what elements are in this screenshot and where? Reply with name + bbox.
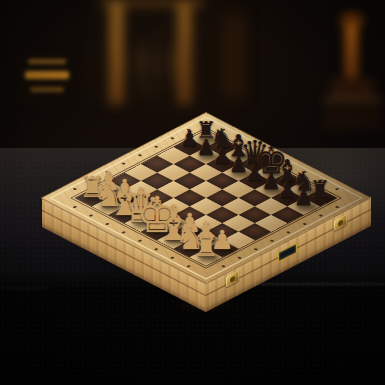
frame-dot: [318, 179, 323, 182]
frame-dot: [335, 188, 340, 191]
brand-plaque: [278, 243, 297, 263]
frame-dot: [137, 240, 142, 243]
background-window-glow: [222, 14, 246, 98]
frame-dot: [154, 145, 159, 148]
frame-dot: [221, 129, 226, 132]
bottle-silhouette: [128, 28, 138, 90]
background-sign-blur: [17, 50, 77, 105]
frame-dot: [121, 231, 126, 234]
frame-dot: [286, 162, 291, 165]
frame-dot: [253, 145, 258, 148]
frame-dot: [154, 248, 159, 251]
box-latch-side: [334, 214, 347, 232]
frame-dot: [137, 154, 142, 157]
bottle-silhouette: [158, 36, 168, 90]
bottle-silhouette: [144, 28, 154, 90]
box-latch-front: [226, 270, 239, 288]
frame-dot: [89, 179, 94, 182]
frame-dot: [72, 188, 77, 191]
frame-dot: [89, 214, 94, 217]
frame-dot: [121, 162, 126, 165]
frame-dot: [186, 265, 191, 268]
frame-dot: [286, 231, 291, 234]
frame-dot: [270, 154, 275, 157]
frame-dot: [237, 256, 242, 259]
sign-text-blur-line: [25, 71, 69, 79]
frame-dot: [105, 223, 110, 226]
sign-text-blur-line: [28, 59, 66, 64]
frame-dot: [318, 214, 323, 217]
frame-dot: [170, 137, 175, 140]
frame-dot: [302, 223, 307, 226]
frame-dot: [335, 206, 340, 209]
frame-dot: [237, 137, 242, 140]
frame-dot: [186, 129, 191, 132]
background-trophy-blur: [323, 12, 385, 132]
sign-text-blur-line: [30, 87, 64, 92]
frame-dot: [221, 265, 226, 268]
trophy-base: [331, 78, 375, 98]
scene: ♜♞♝♛♚♝♞♜♟♟♟♟♟♟♟♟♟♟♟♟♟♟♟♟♜♞♝♛♚♝♞♜: [0, 0, 385, 385]
frame-dot: [302, 171, 307, 174]
trophy-stem-glow: [345, 24, 358, 84]
trophy-pedestal: [324, 98, 382, 130]
frame-dot: [105, 171, 110, 174]
frame-dot: [253, 248, 258, 251]
frame-dot: [270, 240, 275, 243]
frame-dot: [72, 206, 77, 209]
frame-dot: [170, 256, 175, 259]
